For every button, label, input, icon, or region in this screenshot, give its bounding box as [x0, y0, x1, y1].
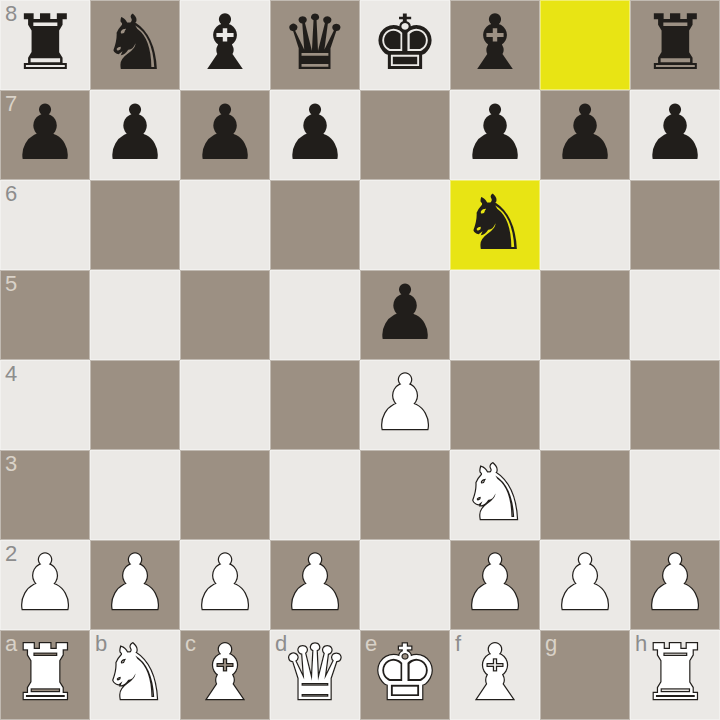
white-pawn-icon[interactable]: ♟	[551, 545, 619, 621]
square-h6[interactable]	[630, 180, 720, 270]
black-pawn-icon[interactable]: ♟	[371, 275, 439, 351]
rank-label-5: 5	[5, 272, 17, 296]
square-g4[interactable]	[540, 360, 630, 450]
black-pawn-icon[interactable]: ♟	[11, 95, 79, 171]
white-king-icon[interactable]: ♚	[371, 635, 439, 711]
square-g7[interactable]: ♟	[540, 90, 630, 180]
square-g2[interactable]: ♟	[540, 540, 630, 630]
square-f6[interactable]: ♞	[450, 180, 540, 270]
square-b7[interactable]: ♟	[90, 90, 180, 180]
square-d2[interactable]: ♟	[270, 540, 360, 630]
square-e5[interactable]: ♟	[360, 270, 450, 360]
square-e2[interactable]	[360, 540, 450, 630]
black-knight-icon[interactable]: ♞	[461, 185, 529, 261]
square-e7[interactable]	[360, 90, 450, 180]
square-a2[interactable]: 2♟	[0, 540, 90, 630]
square-g6[interactable]	[540, 180, 630, 270]
chess-board: 8♜♞♝♛♚♝♜7♟♟♟♟♟♟♟6♞5♟4♟3♞2♟♟♟♟♟♟♟a♜b♞c♝d♛…	[0, 0, 720, 720]
square-d8[interactable]: ♛	[270, 0, 360, 90]
square-f8[interactable]: ♝	[450, 0, 540, 90]
square-c8[interactable]: ♝	[180, 0, 270, 90]
square-c7[interactable]: ♟	[180, 90, 270, 180]
square-a8[interactable]: 8♜	[0, 0, 90, 90]
white-bishop-icon[interactable]: ♝	[191, 635, 259, 711]
white-pawn-icon[interactable]: ♟	[641, 545, 709, 621]
square-c5[interactable]	[180, 270, 270, 360]
white-rook-icon[interactable]: ♜	[641, 635, 709, 711]
square-a4[interactable]: 4	[0, 360, 90, 450]
square-d4[interactable]	[270, 360, 360, 450]
square-d6[interactable]	[270, 180, 360, 270]
square-b5[interactable]	[90, 270, 180, 360]
square-a6[interactable]: 6	[0, 180, 90, 270]
black-pawn-icon[interactable]: ♟	[461, 95, 529, 171]
black-knight-icon[interactable]: ♞	[101, 5, 169, 81]
square-b3[interactable]	[90, 450, 180, 540]
square-h8[interactable]: ♜	[630, 0, 720, 90]
square-d3[interactable]	[270, 450, 360, 540]
square-c6[interactable]	[180, 180, 270, 270]
black-king-icon[interactable]: ♚	[371, 5, 439, 81]
black-pawn-icon[interactable]: ♟	[191, 95, 259, 171]
square-f3[interactable]: ♞	[450, 450, 540, 540]
square-f4[interactable]	[450, 360, 540, 450]
square-e6[interactable]	[360, 180, 450, 270]
square-c2[interactable]: ♟	[180, 540, 270, 630]
black-pawn-icon[interactable]: ♟	[551, 95, 619, 171]
white-pawn-icon[interactable]: ♟	[371, 365, 439, 441]
black-rook-icon[interactable]: ♜	[11, 5, 79, 81]
white-pawn-icon[interactable]: ♟	[191, 545, 259, 621]
white-rook-icon[interactable]: ♜	[11, 635, 79, 711]
square-c1[interactable]: c♝	[180, 630, 270, 720]
square-h2[interactable]: ♟	[630, 540, 720, 630]
rank-label-3: 3	[5, 452, 17, 476]
square-d1[interactable]: d♛	[270, 630, 360, 720]
square-f5[interactable]	[450, 270, 540, 360]
square-e4[interactable]: ♟	[360, 360, 450, 450]
square-h1[interactable]: h♜	[630, 630, 720, 720]
square-f7[interactable]: ♟	[450, 90, 540, 180]
square-b6[interactable]	[90, 180, 180, 270]
rank-label-6: 6	[5, 182, 17, 206]
white-pawn-icon[interactable]: ♟	[461, 545, 529, 621]
square-d5[interactable]	[270, 270, 360, 360]
white-knight-icon[interactable]: ♞	[461, 455, 529, 531]
white-knight-icon[interactable]: ♞	[101, 635, 169, 711]
white-queen-icon[interactable]: ♛	[281, 635, 349, 711]
square-g5[interactable]	[540, 270, 630, 360]
black-pawn-icon[interactable]: ♟	[281, 95, 349, 171]
square-c3[interactable]	[180, 450, 270, 540]
square-h3[interactable]	[630, 450, 720, 540]
file-label-g: g	[545, 632, 557, 656]
rank-label-4: 4	[5, 362, 17, 386]
square-c4[interactable]	[180, 360, 270, 450]
square-a7[interactable]: 7♟	[0, 90, 90, 180]
black-rook-icon[interactable]: ♜	[641, 5, 709, 81]
square-b1[interactable]: b♞	[90, 630, 180, 720]
square-g8[interactable]	[540, 0, 630, 90]
black-queen-icon[interactable]: ♛	[281, 5, 349, 81]
square-a3[interactable]: 3	[0, 450, 90, 540]
chess-board-wrapper: 8♜♞♝♛♚♝♜7♟♟♟♟♟♟♟6♞5♟4♟3♞2♟♟♟♟♟♟♟a♜b♞c♝d♛…	[0, 0, 720, 720]
square-e8[interactable]: ♚	[360, 0, 450, 90]
white-pawn-icon[interactable]: ♟	[101, 545, 169, 621]
square-b4[interactable]	[90, 360, 180, 450]
square-h7[interactable]: ♟	[630, 90, 720, 180]
square-g3[interactable]	[540, 450, 630, 540]
square-g1[interactable]: g	[540, 630, 630, 720]
square-d7[interactable]: ♟	[270, 90, 360, 180]
square-a1[interactable]: a♜	[0, 630, 90, 720]
square-f2[interactable]: ♟	[450, 540, 540, 630]
square-e1[interactable]: e♚	[360, 630, 450, 720]
black-bishop-icon[interactable]: ♝	[461, 5, 529, 81]
square-a5[interactable]: 5	[0, 270, 90, 360]
black-bishop-icon[interactable]: ♝	[191, 5, 259, 81]
white-bishop-icon[interactable]: ♝	[461, 635, 529, 711]
black-pawn-icon[interactable]: ♟	[641, 95, 709, 171]
square-b2[interactable]: ♟	[90, 540, 180, 630]
square-f1[interactable]: f♝	[450, 630, 540, 720]
square-h4[interactable]	[630, 360, 720, 450]
square-b8[interactable]: ♞	[90, 0, 180, 90]
square-e3[interactable]	[360, 450, 450, 540]
white-pawn-icon[interactable]: ♟	[11, 545, 79, 621]
square-h5[interactable]	[630, 270, 720, 360]
white-pawn-icon[interactable]: ♟	[281, 545, 349, 621]
black-pawn-icon[interactable]: ♟	[101, 95, 169, 171]
